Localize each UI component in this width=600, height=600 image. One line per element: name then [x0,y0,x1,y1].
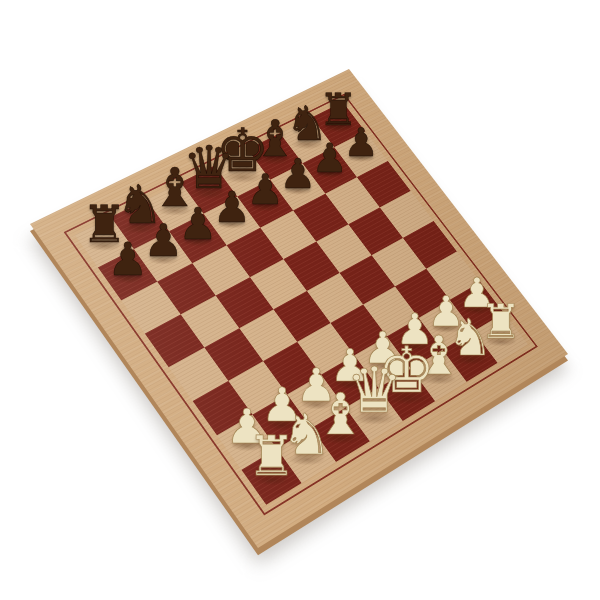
black-pawn[interactable]: ♟ [343,123,378,162]
black-pawn[interactable]: ♟ [312,138,348,178]
photo-background: ♜♞♝♛♚♝♞♜♟♟♟♟♟♟♟♟♟♟♟♟♟♟♟♟♜♞♝♛♚♝♞♜ [0,0,600,600]
black-pawn[interactable]: ♟ [246,170,284,212]
black-pawn[interactable]: ♟ [279,154,316,195]
black-pawn[interactable]: ♟ [107,237,148,283]
black-pawn[interactable]: ♟ [178,202,217,246]
black-pawn[interactable]: ♟ [143,219,183,264]
white-rook[interactable]: ♜ [247,430,296,485]
black-pawn[interactable]: ♟ [213,186,251,229]
